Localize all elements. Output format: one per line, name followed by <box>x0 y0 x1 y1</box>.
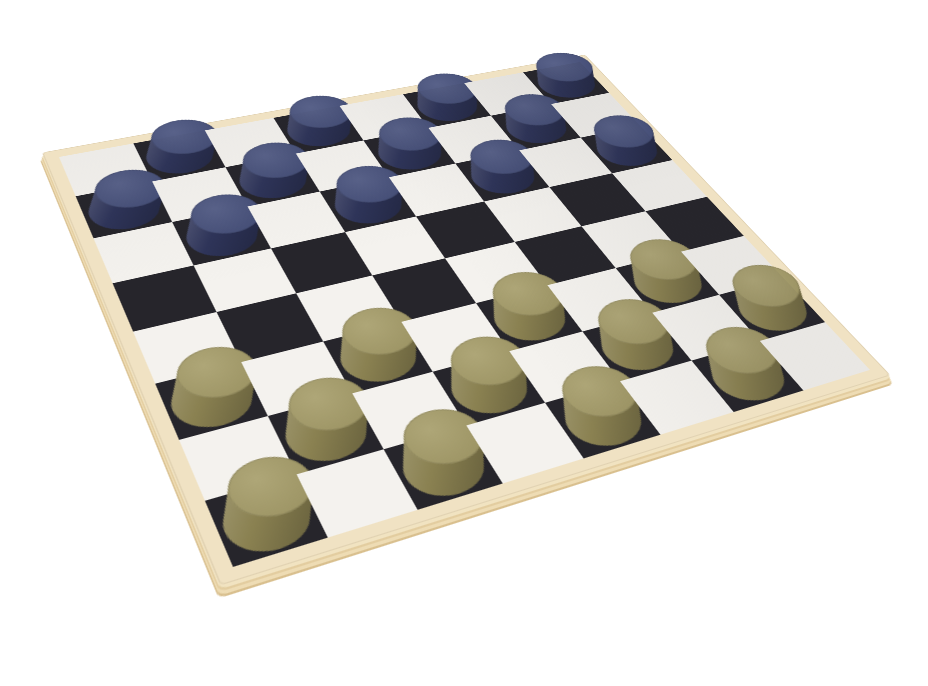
checkers-board <box>59 62 870 567</box>
product-photo-scene <box>0 0 928 686</box>
